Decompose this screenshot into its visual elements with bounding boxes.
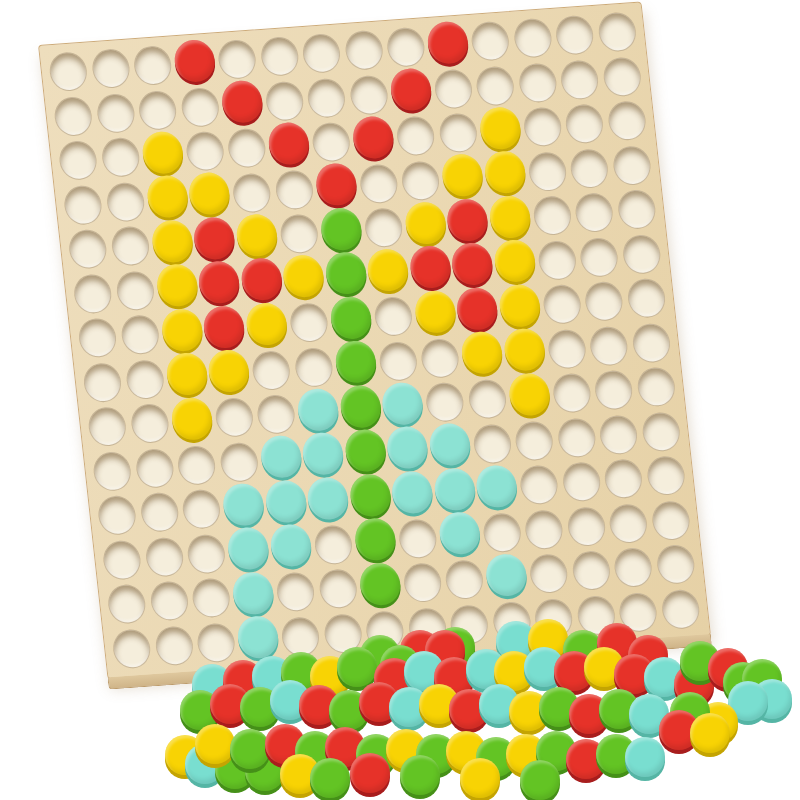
hole-r4c9 xyxy=(400,160,441,201)
hole-r5c14 xyxy=(616,189,657,230)
hole-r1c2 xyxy=(90,48,131,89)
hole-r10c12 xyxy=(556,417,597,458)
hole-r5c13 xyxy=(574,192,615,233)
pile-green-disc-78 xyxy=(520,760,560,800)
yellow-disc-r9c3 xyxy=(169,396,213,441)
hole-r6c14 xyxy=(621,233,662,274)
hole-r7c1 xyxy=(77,317,118,358)
yellow-disc-r4c10 xyxy=(440,153,484,198)
hole-r4c12 xyxy=(526,151,567,192)
cyan-disc-r9c6 xyxy=(296,387,340,432)
yellow-disc-r6c3 xyxy=(155,263,199,308)
hole-r13c14 xyxy=(655,544,696,585)
hole-r11c13 xyxy=(603,458,644,499)
green-disc-r10c7 xyxy=(343,428,387,473)
hole-r5c8 xyxy=(363,207,404,248)
hole-r12c2 xyxy=(144,536,185,577)
yellow-disc-r5c3 xyxy=(150,219,194,264)
hole-r1c3 xyxy=(132,45,173,86)
hole-r2c8 xyxy=(348,74,389,115)
cyan-disc-r13c4 xyxy=(231,571,275,616)
hole-r12c6 xyxy=(312,524,353,565)
hole-r11c11 xyxy=(518,464,559,505)
cyan-disc-r13c10 xyxy=(484,552,528,597)
red-disc-r6c9 xyxy=(408,245,452,290)
hole-r9c10 xyxy=(466,378,507,419)
hole-r3c9 xyxy=(395,115,436,156)
hole-r11c12 xyxy=(561,461,602,502)
hole-r10c1 xyxy=(92,450,133,491)
yellow-disc-r6c6 xyxy=(281,254,325,299)
hole-r9c5 xyxy=(255,394,296,435)
hole-r11c3 xyxy=(181,489,222,530)
yellow-disc-r4c11 xyxy=(482,150,526,195)
yellow-disc-r5c5 xyxy=(234,213,278,258)
hole-r9c4 xyxy=(213,397,254,438)
hole-r5c6 xyxy=(278,213,319,254)
hole-r5c12 xyxy=(531,195,572,236)
pile-yellow-disc-53 xyxy=(690,713,730,753)
hole-r8c8 xyxy=(377,340,418,381)
hole-r13c6 xyxy=(317,568,358,609)
hole-r1c8 xyxy=(343,30,384,71)
red-disc-r6c4 xyxy=(197,260,241,305)
hole-r2c4 xyxy=(179,86,220,127)
cyan-disc-r11c10 xyxy=(474,464,518,509)
hole-r12c3 xyxy=(186,533,227,574)
hole-r8c2 xyxy=(124,358,165,399)
green-disc-r6c7 xyxy=(323,251,367,296)
hole-r14c5 xyxy=(280,616,321,657)
cyan-disc-r11c9 xyxy=(432,467,476,512)
hole-r3c14 xyxy=(606,100,647,141)
hole-r1c13 xyxy=(554,14,595,55)
hole-r7c14 xyxy=(626,278,667,319)
cyan-disc-r10c6 xyxy=(301,431,345,476)
hole-r11c1 xyxy=(96,495,137,536)
red-disc-r7c10 xyxy=(455,286,499,331)
hole-r6c1 xyxy=(72,273,113,314)
red-disc-r2c9 xyxy=(388,67,432,112)
hole-r2c1 xyxy=(53,95,94,136)
yellow-disc-r8c11 xyxy=(502,327,546,372)
hole-r2c7 xyxy=(306,77,347,118)
hole-r8c12 xyxy=(546,328,587,369)
yellow-disc-r9c11 xyxy=(507,372,551,417)
red-disc-r1c4 xyxy=(172,38,216,83)
yellow-disc-r7c5 xyxy=(244,301,288,346)
green-disc-r13c7 xyxy=(358,561,402,606)
hole-r2c14 xyxy=(601,56,642,97)
green-disc-r8c7 xyxy=(333,340,377,385)
hole-r4c1 xyxy=(62,184,103,225)
hole-r5c2 xyxy=(109,225,150,266)
cyan-disc-r11c5 xyxy=(263,479,307,524)
hole-r13c2 xyxy=(148,580,189,621)
red-disc-r3c8 xyxy=(351,115,395,160)
hole-r3c2 xyxy=(100,137,141,178)
yellow-disc-r4c3 xyxy=(145,174,189,219)
hole-r13c12 xyxy=(570,550,611,591)
hole-r9c12 xyxy=(551,372,592,413)
hole-r6c13 xyxy=(578,236,619,277)
hole-r2c2 xyxy=(95,92,136,133)
yellow-disc-r6c11 xyxy=(492,239,536,284)
hole-r10c11 xyxy=(514,420,555,461)
hole-r4c5 xyxy=(231,172,272,213)
pile-cyan-disc-72 xyxy=(625,737,665,777)
hole-r10c2 xyxy=(134,447,175,488)
cyan-disc-r12c4 xyxy=(226,526,270,571)
hole-r1c14 xyxy=(596,11,637,52)
hole-r2c12 xyxy=(517,62,558,103)
pile-green-disc-16 xyxy=(337,647,377,687)
yellow-disc-r7c9 xyxy=(413,289,457,334)
cyan-disc-r11c4 xyxy=(221,482,265,527)
hole-r4c6 xyxy=(273,169,314,210)
hole-r1c7 xyxy=(301,33,342,74)
pegboard xyxy=(38,1,711,679)
hole-r4c2 xyxy=(105,181,146,222)
yellow-disc-r7c11 xyxy=(497,283,541,328)
yellow-disc-r8c10 xyxy=(460,330,504,375)
yellow-disc-r8c4 xyxy=(207,349,251,394)
red-disc-r5c4 xyxy=(192,216,236,261)
red-disc-r6c5 xyxy=(239,257,283,302)
yellow-disc-r3c3 xyxy=(140,130,184,175)
hole-r7c8 xyxy=(372,296,413,337)
hole-r8c5 xyxy=(251,349,292,390)
hole-r6c12 xyxy=(536,239,577,280)
hole-r1c5 xyxy=(217,39,258,80)
hole-r13c13 xyxy=(613,547,654,588)
hole-r1c1 xyxy=(48,51,89,92)
hole-r12c8 xyxy=(397,518,438,559)
hole-r12c12 xyxy=(565,505,606,546)
hole-r3c4 xyxy=(184,130,225,171)
cyan-disc-r14c4 xyxy=(236,615,280,660)
hole-r9c9 xyxy=(424,381,465,422)
hole-r10c4 xyxy=(218,441,259,482)
hole-r7c6 xyxy=(288,302,329,343)
red-disc-r1c10 xyxy=(426,20,470,65)
hole-r14c3 xyxy=(195,622,236,663)
red-disc-r3c6 xyxy=(267,121,311,166)
hole-r14c14 xyxy=(660,588,701,629)
cyan-disc-r10c9 xyxy=(427,422,471,467)
hole-r10c13 xyxy=(598,414,639,455)
hole-r9c1 xyxy=(87,406,128,447)
red-disc-r5c10 xyxy=(445,197,489,242)
yellow-disc-r6c8 xyxy=(366,248,410,293)
hole-r9c2 xyxy=(129,403,170,444)
pile-green-disc-76 xyxy=(400,755,440,795)
cyan-disc-r12c9 xyxy=(437,511,481,556)
hole-r12c1 xyxy=(101,539,142,580)
hole-r1c9 xyxy=(385,27,426,68)
hole-r3c10 xyxy=(437,112,478,153)
hole-r14c1 xyxy=(111,628,152,669)
hole-r13c8 xyxy=(402,562,443,603)
hole-r1c11 xyxy=(470,20,511,61)
hole-r13c5 xyxy=(275,571,316,612)
cyan-disc-r11c6 xyxy=(306,476,350,521)
hole-r14c2 xyxy=(153,625,194,666)
hole-r13c11 xyxy=(528,553,569,594)
hole-r7c13 xyxy=(583,281,624,322)
green-disc-r9c7 xyxy=(338,384,382,429)
hole-r4c13 xyxy=(569,147,610,188)
hole-r9c14 xyxy=(635,366,676,407)
hole-r12c11 xyxy=(523,509,564,550)
yellow-disc-r3c11 xyxy=(478,106,522,151)
hole-r12c10 xyxy=(481,512,522,553)
yellow-disc-r5c11 xyxy=(487,194,531,239)
hole-r2c11 xyxy=(475,65,516,106)
hole-r5c1 xyxy=(67,228,108,269)
cyan-disc-r9c8 xyxy=(380,381,424,426)
cyan-disc-r10c8 xyxy=(385,425,429,470)
hole-r10c14 xyxy=(640,411,681,452)
green-disc-r7c7 xyxy=(328,295,372,340)
hole-r8c1 xyxy=(82,361,123,402)
hole-r8c9 xyxy=(419,337,460,378)
hole-r7c12 xyxy=(541,284,582,325)
hole-r8c6 xyxy=(293,346,334,387)
hole-r8c14 xyxy=(630,322,671,363)
cyan-disc-r12c5 xyxy=(268,523,312,568)
hole-r3c1 xyxy=(57,140,98,181)
hole-r12c14 xyxy=(650,499,691,540)
hole-r11c2 xyxy=(139,492,180,533)
hole-r3c5 xyxy=(226,127,267,168)
yellow-disc-r7c3 xyxy=(160,307,204,352)
hole-r3c13 xyxy=(564,103,605,144)
cyan-disc-r11c8 xyxy=(390,470,434,515)
red-disc-r7c4 xyxy=(202,304,246,349)
cyan-disc-r10c5 xyxy=(259,434,303,479)
hole-r2c13 xyxy=(559,59,600,100)
hole-r3c12 xyxy=(522,106,563,147)
yellow-disc-r4c4 xyxy=(187,171,231,216)
hole-r8c13 xyxy=(588,325,629,366)
red-disc-r2c5 xyxy=(220,79,264,124)
pile-green-disc-74 xyxy=(310,758,350,798)
yellow-disc-r5c9 xyxy=(403,200,447,245)
pile-green-disc-59 xyxy=(230,729,270,769)
hole-r2c10 xyxy=(432,68,473,109)
hole-r4c8 xyxy=(358,163,399,204)
green-disc-r5c7 xyxy=(319,206,363,251)
hole-r3c7 xyxy=(311,121,352,162)
pile-yellow-disc-77 xyxy=(460,758,500,798)
hole-r13c9 xyxy=(444,559,485,600)
hole-r12c13 xyxy=(608,502,649,543)
hole-r1c6 xyxy=(259,36,300,77)
red-disc-r6c10 xyxy=(450,242,494,287)
hole-r10c10 xyxy=(471,423,512,464)
green-disc-r11c7 xyxy=(348,473,392,518)
hole-r9c13 xyxy=(593,369,634,410)
yellow-disc-r8c3 xyxy=(164,352,208,397)
pile-red-disc-75 xyxy=(350,753,390,793)
pile-yellow-disc-58 xyxy=(195,724,235,764)
green-disc-r12c7 xyxy=(353,517,397,562)
hole-r11c14 xyxy=(645,455,686,496)
hole-r13c3 xyxy=(191,577,232,618)
red-disc-r4c7 xyxy=(314,162,358,207)
hole-r2c6 xyxy=(264,80,305,121)
hole-r4c14 xyxy=(611,144,652,185)
hole-r7c2 xyxy=(119,314,160,355)
hole-r6c2 xyxy=(114,270,155,311)
hole-r10c3 xyxy=(176,444,217,485)
hole-r2c3 xyxy=(137,89,178,130)
hole-r13c1 xyxy=(106,583,147,624)
hole-r1c12 xyxy=(512,17,553,58)
